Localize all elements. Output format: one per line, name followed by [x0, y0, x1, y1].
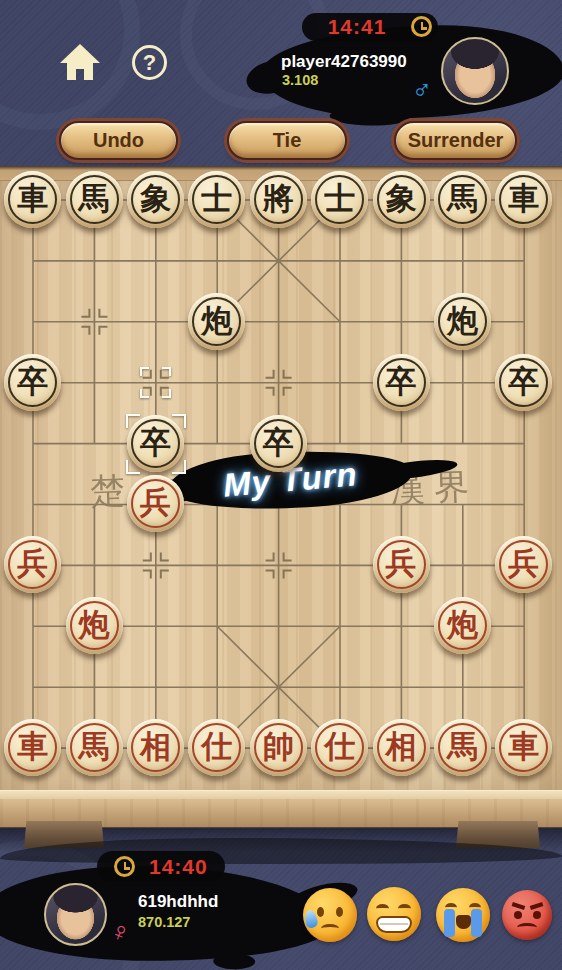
piece-卒-black[interactable]: 卒 — [127, 415, 184, 472]
piece-glyph: 士 — [324, 183, 355, 214]
piece-glyph: 車 — [17, 731, 48, 762]
piece-車-red[interactable]: 車 — [495, 719, 552, 776]
board-bottom-highlight — [0, 790, 562, 799]
piece-glyph: 將 — [263, 183, 294, 214]
piece-glyph: 車 — [17, 183, 48, 214]
piece-炮-red[interactable]: 炮 — [66, 597, 123, 654]
piece-glyph: 仕 — [201, 731, 232, 762]
piece-士-black[interactable]: 士 — [188, 171, 245, 228]
piece-帥-red[interactable]: 帥 — [250, 719, 307, 776]
opponent-name: player42763990 — [281, 52, 407, 72]
piece-將-black[interactable]: 將 — [250, 171, 307, 228]
piece-glyph: 車 — [508, 183, 539, 214]
piece-兵-red[interactable]: 兵 — [4, 536, 61, 593]
clock-icon — [114, 856, 135, 877]
player-timer-pill: 14:40 — [97, 851, 225, 882]
board-grid[interactable]: 車馬象士將士象馬車炮炮卒卒卒卒卒兵兵兵兵炮炮車馬相仕帥仕相馬車 — [2, 169, 555, 778]
clock-icon — [411, 16, 432, 37]
piece-馬-black[interactable]: 馬 — [66, 171, 123, 228]
piece-兵-red[interactable]: 兵 — [495, 536, 552, 593]
piece-車-black[interactable]: 車 — [495, 171, 552, 228]
piece-仕-red[interactable]: 仕 — [311, 719, 368, 776]
home-icon — [60, 44, 100, 80]
emoji-crying-button[interactable] — [436, 888, 490, 942]
emoji-sad-sweat-button[interactable] — [303, 888, 357, 942]
opponent-rating: 3.108 — [282, 72, 318, 88]
piece-馬-red[interactable]: 馬 — [434, 719, 491, 776]
piece-glyph: 兵 — [140, 487, 171, 518]
piece-glyph: 馬 — [447, 731, 478, 762]
emoji-grinning-button[interactable] — [367, 887, 421, 941]
piece-glyph: 炮 — [447, 305, 478, 336]
piece-兵-red[interactable]: 兵 — [373, 536, 430, 593]
piece-glyph: 仕 — [324, 731, 355, 762]
piece-glyph: 帥 — [263, 731, 294, 762]
piece-glyph: 卒 — [17, 366, 48, 397]
piece-馬-red[interactable]: 馬 — [66, 719, 123, 776]
piece-卒-black[interactable]: 卒 — [373, 354, 430, 411]
piece-glyph: 卒 — [140, 427, 171, 458]
piece-士-black[interactable]: 士 — [311, 171, 368, 228]
piece-卒-black[interactable]: 卒 — [495, 354, 552, 411]
surrender-button[interactable]: Surrender — [394, 121, 517, 160]
piece-glyph: 炮 — [79, 609, 110, 640]
piece-glyph: 相 — [140, 731, 171, 762]
piece-glyph: 卒 — [263, 427, 294, 458]
piece-兵-red[interactable]: 兵 — [127, 475, 184, 532]
tie-button[interactable]: Tie — [227, 121, 347, 160]
opponent-timer-pill: 14:41 — [302, 13, 438, 41]
piece-glyph: 兵 — [508, 548, 539, 579]
opponent-timer: 14:41 — [328, 15, 387, 39]
piece-仕-red[interactable]: 仕 — [188, 719, 245, 776]
player-avatar[interactable] — [44, 883, 107, 946]
piece-glyph: 象 — [386, 183, 417, 214]
piece-卒-black[interactable]: 卒 — [4, 354, 61, 411]
emoji-angry-button[interactable] — [502, 890, 552, 940]
piece-glyph: 車 — [508, 731, 539, 762]
player-rating: 870.127 — [138, 914, 190, 930]
male-icon: ♂ — [412, 74, 432, 105]
emoji-face — [502, 890, 552, 940]
piece-炮-black[interactable]: 炮 — [434, 293, 491, 350]
piece-glyph: 兵 — [386, 548, 417, 579]
piece-glyph: 炮 — [447, 609, 478, 640]
piece-相-red[interactable]: 相 — [127, 719, 184, 776]
piece-glyph: 兵 — [17, 548, 48, 579]
game-screen: 楚 河 漢 界 My Turn 車馬象士將士象馬車炮炮卒卒卒卒卒兵兵兵兵炮炮車馬… — [0, 0, 562, 970]
piece-相-red[interactable]: 相 — [373, 719, 430, 776]
piece-glyph: 馬 — [79, 183, 110, 214]
piece-卒-black[interactable]: 卒 — [250, 415, 307, 472]
player-timer: 14:40 — [149, 855, 208, 879]
piece-象-black[interactable]: 象 — [127, 171, 184, 228]
undo-button[interactable]: Undo — [59, 121, 178, 160]
piece-glyph: 象 — [140, 183, 171, 214]
piece-glyph: 卒 — [508, 366, 539, 397]
piece-glyph: 炮 — [201, 305, 232, 336]
help-button[interactable]: ? — [132, 45, 167, 80]
piece-炮-black[interactable]: 炮 — [188, 293, 245, 350]
piece-馬-black[interactable]: 馬 — [434, 171, 491, 228]
piece-車-black[interactable]: 車 — [4, 171, 61, 228]
player-name: 619hdhhd — [138, 892, 218, 912]
piece-車-red[interactable]: 車 — [4, 719, 61, 776]
piece-glyph: 士 — [201, 183, 232, 214]
piece-glyph: 卒 — [386, 366, 417, 397]
piece-象-black[interactable]: 象 — [373, 171, 430, 228]
piece-glyph: 馬 — [79, 731, 110, 762]
piece-glyph: 相 — [386, 731, 417, 762]
question-mark-icon: ? — [143, 50, 156, 76]
piece-glyph: 馬 — [447, 183, 478, 214]
opponent-avatar[interactable] — [441, 37, 509, 105]
home-button[interactable] — [59, 43, 101, 81]
piece-炮-red[interactable]: 炮 — [434, 597, 491, 654]
